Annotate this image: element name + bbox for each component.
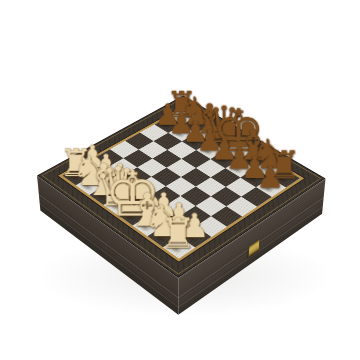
- piece-black-pawn[interactable]: ♟: [256, 161, 284, 192]
- chess-box: ♜♞♝♛♚♝♞♜♟♟♟♟♟♟♟♟♟♟♟♟♟♟♟♟♜♞♝♛♚♝♞♜: [37, 96, 325, 278]
- piece-white-rook[interactable]: ♜: [159, 213, 196, 254]
- brass-clasp-icon: [248, 239, 260, 258]
- box-lid-top: ♜♞♝♛♚♝♞♜♟♟♟♟♟♟♟♟♟♟♟♟♟♟♟♟♜♞♝♛♚♝♞♜: [37, 96, 325, 278]
- square-h1[interactable]: ♜: [163, 237, 195, 259]
- scene: ♜♞♝♛♚♝♞♜♟♟♟♟♟♟♟♟♟♟♟♟♟♟♟♟♜♞♝♛♚♝♞♜: [0, 0, 360, 360]
- photo-canvas: ♜♞♝♛♚♝♞♜♟♟♟♟♟♟♟♟♟♟♟♟♟♟♟♟♜♞♝♛♚♝♞♜: [0, 0, 360, 360]
- square-f5[interactable]: [196, 177, 226, 196]
